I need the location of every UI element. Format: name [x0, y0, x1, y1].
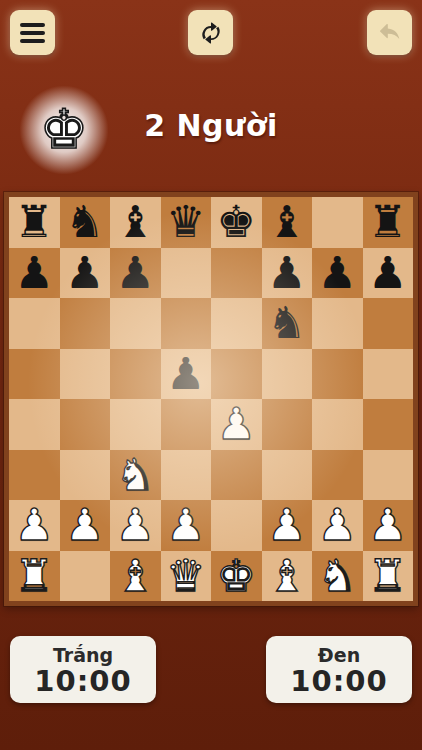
- square-c5[interactable]: [110, 349, 161, 400]
- square-b7[interactable]: ♟: [60, 248, 111, 299]
- game-mode-title: 2 Người: [0, 108, 422, 143]
- square-h8[interactable]: ♜: [363, 197, 414, 248]
- piece-white-pawn-c2[interactable]: ♟: [116, 500, 155, 550]
- piece-white-pawn-a2[interactable]: ♟: [15, 500, 54, 550]
- square-d7[interactable]: [161, 248, 212, 299]
- square-d8[interactable]: ♛: [161, 197, 212, 248]
- square-e5[interactable]: [211, 349, 262, 400]
- piece-black-rook-h8[interactable]: ♜: [368, 197, 407, 247]
- square-e8[interactable]: ♚: [211, 197, 262, 248]
- piece-white-pawn-h2[interactable]: ♟: [368, 500, 407, 550]
- piece-white-pawn-e4[interactable]: ♟: [217, 399, 256, 449]
- piece-white-pawn-b2[interactable]: ♟: [65, 500, 104, 550]
- chess-board-frame: ♜♞♝♛♚♝♜♟♟♟♟♟♟♞♟♟♞♟♟♟♟♟♟♟♜♝♛♚♝♞♜: [4, 192, 418, 606]
- square-a7[interactable]: ♟: [9, 248, 60, 299]
- black-clock-time: 10:00: [290, 666, 387, 696]
- square-c6[interactable]: [110, 298, 161, 349]
- square-c7[interactable]: ♟: [110, 248, 161, 299]
- square-b2[interactable]: ♟: [60, 500, 111, 551]
- square-e7[interactable]: [211, 248, 262, 299]
- white-clock-label: Trắng: [53, 644, 113, 666]
- piece-black-knight-b8[interactable]: ♞: [65, 197, 104, 247]
- square-f2[interactable]: ♟: [262, 500, 313, 551]
- piece-black-pawn-g7[interactable]: ♟: [318, 248, 357, 298]
- square-f1[interactable]: ♝: [262, 551, 313, 602]
- piece-white-bishop-f1[interactable]: ♝: [267, 551, 306, 601]
- piece-white-bishop-c1[interactable]: ♝: [116, 551, 155, 601]
- square-g3[interactable]: [312, 450, 363, 501]
- piece-black-queen-d8[interactable]: ♛: [166, 197, 205, 247]
- square-e3[interactable]: [211, 450, 262, 501]
- piece-white-rook-h1[interactable]: ♜: [368, 551, 407, 601]
- square-a1[interactable]: ♜: [9, 551, 60, 602]
- square-g4[interactable]: [312, 399, 363, 450]
- piece-black-rook-a8[interactable]: ♜: [15, 197, 54, 247]
- square-e4[interactable]: ♟: [211, 399, 262, 450]
- square-f5[interactable]: [262, 349, 313, 400]
- square-h7[interactable]: ♟: [363, 248, 414, 299]
- piece-white-pawn-f2[interactable]: ♟: [267, 500, 306, 550]
- square-f6[interactable]: ♞: [262, 298, 313, 349]
- square-e1[interactable]: ♚: [211, 551, 262, 602]
- square-g6[interactable]: [312, 298, 363, 349]
- square-c3[interactable]: ♞: [110, 450, 161, 501]
- square-f3[interactable]: [262, 450, 313, 501]
- square-c8[interactable]: ♝: [110, 197, 161, 248]
- square-f8[interactable]: ♝: [262, 197, 313, 248]
- piece-white-king-e1[interactable]: ♚: [217, 551, 256, 601]
- square-h4[interactable]: [363, 399, 414, 450]
- white-clock: Trắng 10:00: [10, 636, 156, 703]
- chess-board: ♜♞♝♛♚♝♜♟♟♟♟♟♟♞♟♟♞♟♟♟♟♟♟♟♜♝♛♚♝♞♜: [9, 197, 413, 601]
- square-e6[interactable]: [211, 298, 262, 349]
- piece-white-pawn-g2[interactable]: ♟: [318, 500, 357, 550]
- square-g2[interactable]: ♟: [312, 500, 363, 551]
- square-h3[interactable]: [363, 450, 414, 501]
- square-g5[interactable]: [312, 349, 363, 400]
- app-screen: ♚ 2 Người ♜♞♝♛♚♝♜♟♟♟♟♟♟♞♟♟♞♟♟♟♟♟♟♟♜♝♛♚♝♞…: [0, 0, 422, 750]
- piece-white-rook-a1[interactable]: ♜: [15, 551, 54, 601]
- black-clock: Đen 10:00: [266, 636, 412, 703]
- square-c4[interactable]: [110, 399, 161, 450]
- square-d5[interactable]: ♟: [161, 349, 212, 400]
- square-d1[interactable]: ♛: [161, 551, 212, 602]
- piece-black-king-e8[interactable]: ♚: [217, 197, 256, 247]
- hamburger-icon: [20, 23, 45, 43]
- square-h6[interactable]: [363, 298, 414, 349]
- square-e2[interactable]: [211, 500, 262, 551]
- piece-black-bishop-c8[interactable]: ♝: [116, 197, 155, 247]
- square-b5[interactable]: [60, 349, 111, 400]
- toolbar: [0, 0, 422, 65]
- white-clock-time: 10:00: [34, 666, 131, 696]
- piece-white-knight-g1[interactable]: ♞: [318, 551, 357, 601]
- piece-black-knight-f6[interactable]: ♞: [267, 298, 306, 348]
- square-h1[interactable]: ♜: [363, 551, 414, 602]
- piece-black-pawn-d5[interactable]: ♟: [166, 349, 205, 399]
- square-b6[interactable]: [60, 298, 111, 349]
- square-b3[interactable]: [60, 450, 111, 501]
- piece-black-pawn-f7[interactable]: ♟: [267, 248, 306, 298]
- square-g1[interactable]: ♞: [312, 551, 363, 602]
- refresh-icon: [197, 19, 225, 47]
- menu-button[interactable]: [10, 10, 55, 55]
- piece-white-pawn-d2[interactable]: ♟: [166, 500, 205, 550]
- black-clock-label: Đen: [318, 644, 360, 666]
- square-f7[interactable]: ♟: [262, 248, 313, 299]
- square-a4[interactable]: [9, 399, 60, 450]
- square-g7[interactable]: ♟: [312, 248, 363, 299]
- square-b1[interactable]: [60, 551, 111, 602]
- piece-black-pawn-b7[interactable]: ♟: [65, 248, 104, 298]
- undo-button[interactable]: [367, 10, 412, 55]
- square-d2[interactable]: ♟: [161, 500, 212, 551]
- undo-icon: [376, 19, 403, 46]
- piece-white-queen-d1[interactable]: ♛: [166, 551, 205, 601]
- square-d3[interactable]: [161, 450, 212, 501]
- square-a5[interactable]: [9, 349, 60, 400]
- square-h2[interactable]: ♟: [363, 500, 414, 551]
- piece-black-pawn-c7[interactable]: ♟: [116, 248, 155, 298]
- square-a8[interactable]: ♜: [9, 197, 60, 248]
- square-a3[interactable]: [9, 450, 60, 501]
- square-c2[interactable]: ♟: [110, 500, 161, 551]
- square-b4[interactable]: [60, 399, 111, 450]
- restart-button[interactable]: [188, 10, 233, 55]
- square-a6[interactable]: [9, 298, 60, 349]
- square-a2[interactable]: ♟: [9, 500, 60, 551]
- square-c1[interactable]: ♝: [110, 551, 161, 602]
- square-d4[interactable]: [161, 399, 212, 450]
- piece-black-pawn-a7[interactable]: ♟: [15, 248, 54, 298]
- piece-black-bishop-f8[interactable]: ♝: [267, 197, 306, 247]
- square-f4[interactable]: [262, 399, 313, 450]
- square-d6[interactable]: [161, 298, 212, 349]
- square-b8[interactable]: ♞: [60, 197, 111, 248]
- piece-black-pawn-h7[interactable]: ♟: [368, 248, 407, 298]
- piece-white-knight-c3[interactable]: ♞: [116, 450, 155, 500]
- square-g8[interactable]: [312, 197, 363, 248]
- square-h5[interactable]: [363, 349, 414, 400]
